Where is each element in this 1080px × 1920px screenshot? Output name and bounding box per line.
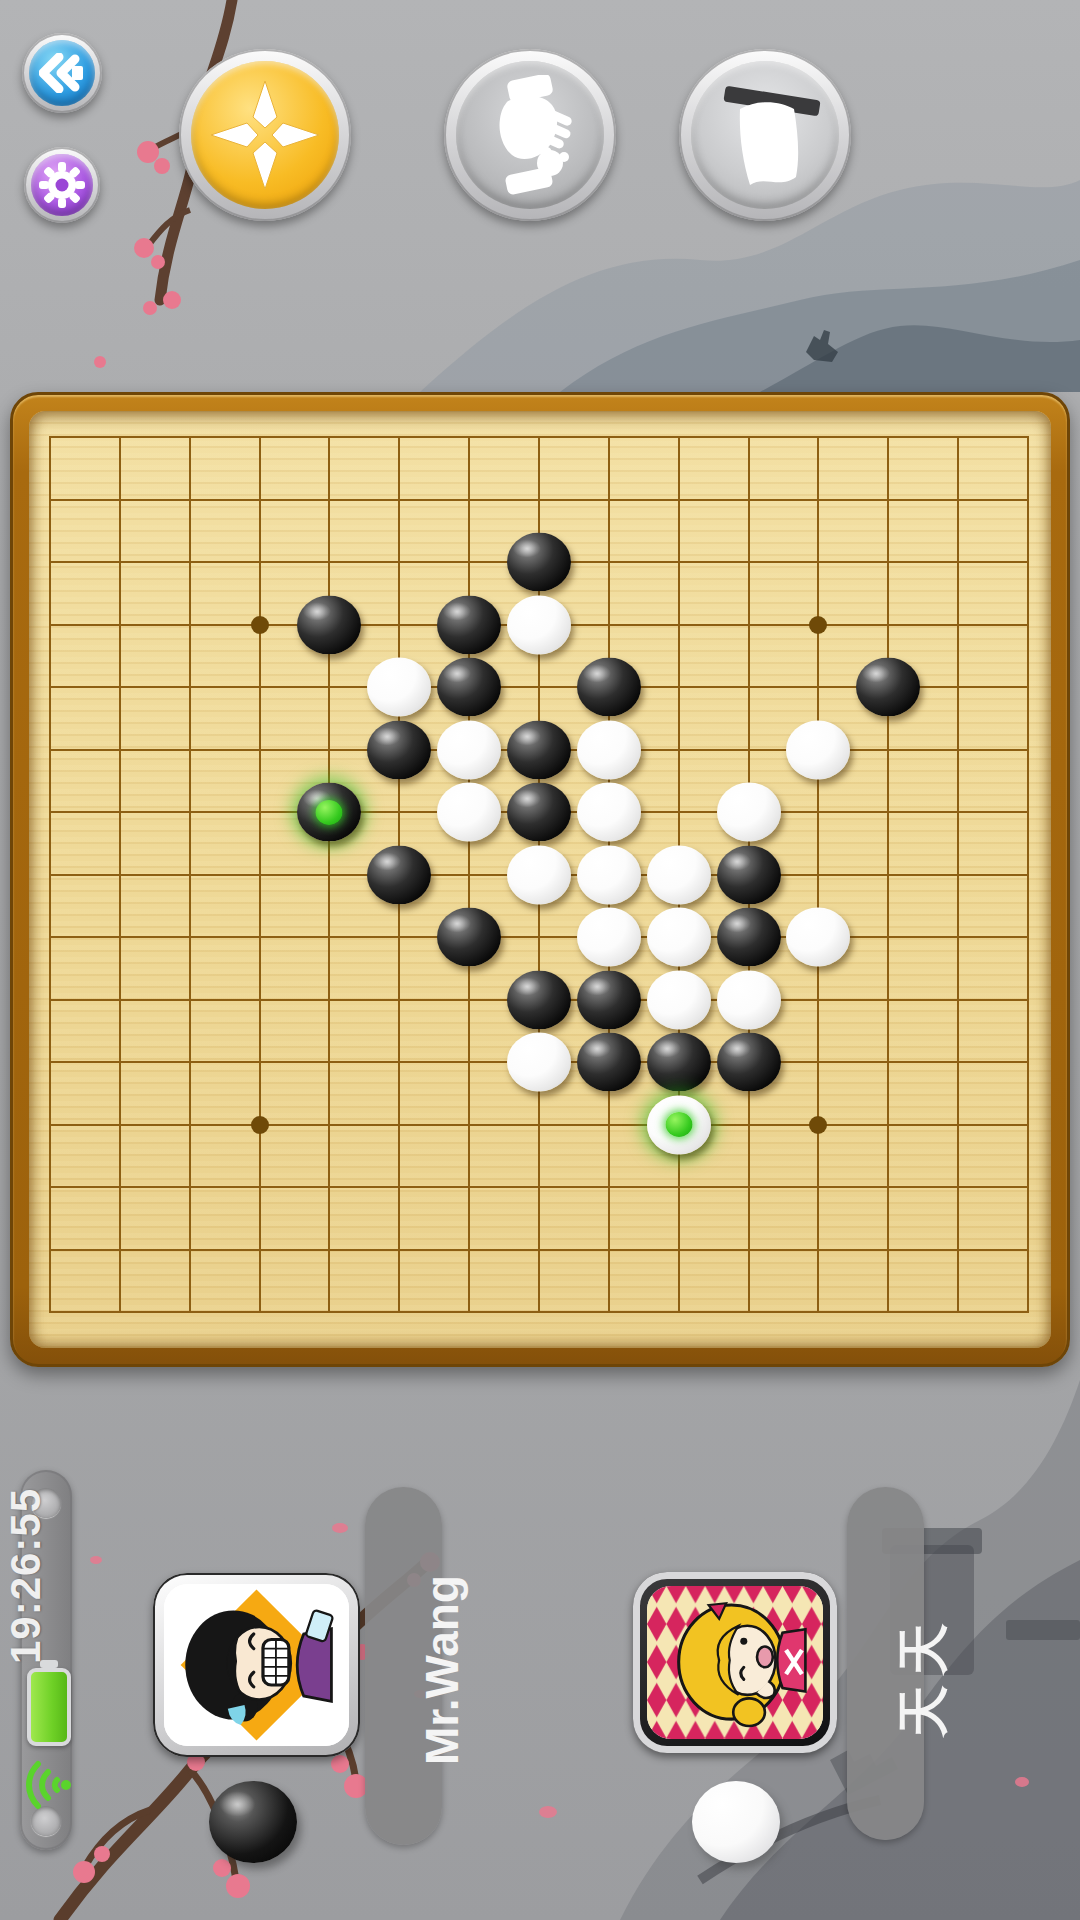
gear-icon bbox=[39, 162, 85, 208]
grid-line-horizontal bbox=[49, 936, 1029, 938]
stone-white bbox=[786, 908, 850, 967]
player1-stone-black bbox=[209, 1781, 297, 1863]
stone-white bbox=[577, 845, 641, 904]
stone-black bbox=[577, 970, 641, 1029]
stone-white bbox=[717, 783, 781, 842]
stone-white bbox=[367, 658, 431, 717]
player1-avatar-art-boy bbox=[164, 1584, 349, 1746]
stone-white bbox=[717, 970, 781, 1029]
gold-flower-button[interactable] bbox=[179, 49, 351, 221]
stone-white bbox=[507, 595, 571, 654]
stone-white bbox=[437, 783, 501, 842]
stone-black bbox=[577, 658, 641, 717]
stone-black bbox=[437, 658, 501, 717]
stone-black bbox=[507, 970, 571, 1029]
settings-button[interactable] bbox=[24, 147, 100, 223]
player2-stone-white bbox=[692, 1781, 780, 1863]
grid-line-horizontal bbox=[49, 1311, 1029, 1313]
grid-line-horizontal bbox=[49, 1124, 1029, 1126]
double-chevron-back-icon bbox=[39, 53, 85, 93]
draw-offer-button[interactable] bbox=[444, 49, 616, 221]
stone-white bbox=[507, 845, 571, 904]
game-timer: 19:26:55 bbox=[2, 1476, 50, 1676]
stone-white-last-move bbox=[647, 1095, 711, 1154]
last-move-marker bbox=[316, 800, 343, 825]
stone-white bbox=[647, 845, 711, 904]
star-point bbox=[251, 616, 269, 634]
stone-black-last-move bbox=[297, 783, 361, 842]
stone-black bbox=[507, 533, 571, 592]
stone-black bbox=[507, 783, 571, 842]
star-point bbox=[809, 616, 827, 634]
stone-white bbox=[786, 720, 850, 779]
stone-black bbox=[856, 658, 920, 717]
stone-black bbox=[647, 1033, 711, 1092]
grid-line-vertical bbox=[957, 436, 959, 1313]
four-petal-flower-icon bbox=[205, 75, 325, 195]
back-button[interactable] bbox=[22, 33, 102, 113]
white-flag-icon bbox=[706, 75, 824, 195]
stone-black bbox=[367, 720, 431, 779]
stone-white bbox=[577, 908, 641, 967]
player1-avatar[interactable] bbox=[153, 1573, 360, 1757]
stone-black bbox=[437, 595, 501, 654]
stone-black bbox=[437, 908, 501, 967]
handshake-icon bbox=[474, 75, 586, 195]
surrender-button[interactable] bbox=[679, 49, 851, 221]
battery-icon bbox=[27, 1668, 71, 1746]
stone-white bbox=[507, 1033, 571, 1092]
game-screen: 19:26:55 bbox=[0, 0, 1080, 1920]
player1-name: Mr.Wang bbox=[415, 1500, 469, 1840]
stone-black bbox=[717, 908, 781, 967]
stone-black bbox=[367, 845, 431, 904]
grid-line-vertical bbox=[817, 436, 819, 1313]
stone-black bbox=[717, 845, 781, 904]
stone-white bbox=[647, 970, 711, 1029]
player2-avatar-art-girl bbox=[647, 1586, 823, 1739]
stone-black bbox=[717, 1033, 781, 1092]
grid-line-vertical bbox=[887, 436, 889, 1313]
grid-line-horizontal bbox=[49, 1186, 1029, 1188]
stone-white bbox=[577, 783, 641, 842]
player2-avatar[interactable] bbox=[633, 1572, 837, 1753]
stone-black bbox=[577, 1033, 641, 1092]
star-point bbox=[809, 1116, 827, 1134]
player2-name: 天天 bbox=[889, 1505, 959, 1845]
grid-line-vertical bbox=[1027, 436, 1029, 1313]
stone-black bbox=[297, 595, 361, 654]
stone-white bbox=[437, 720, 501, 779]
stone-white bbox=[577, 720, 641, 779]
wifi-icon bbox=[16, 1756, 74, 1814]
last-move-marker bbox=[665, 1112, 692, 1137]
stone-black bbox=[507, 720, 571, 779]
stone-white bbox=[647, 908, 711, 967]
grid-line-horizontal bbox=[49, 1249, 1029, 1251]
star-point bbox=[251, 1116, 269, 1134]
